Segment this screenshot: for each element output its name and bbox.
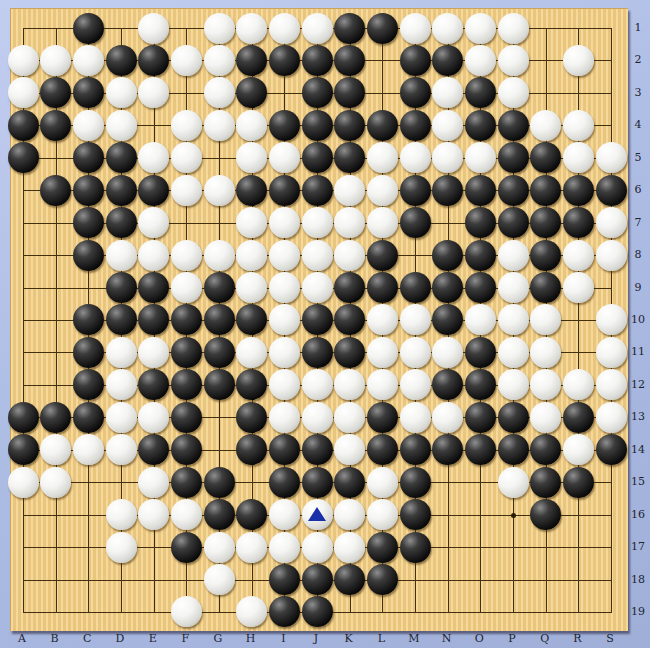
black-stone	[236, 304, 267, 335]
go-board[interactable]	[10, 8, 628, 631]
black-stone	[236, 499, 267, 530]
col-label-P: P	[508, 633, 515, 644]
black-stone	[106, 207, 137, 238]
black-stone	[465, 402, 496, 433]
black-stone	[302, 110, 333, 141]
black-stone	[400, 532, 431, 563]
black-stone	[236, 45, 267, 76]
white-stone	[432, 337, 463, 368]
row-label-5: 5	[635, 151, 642, 162]
white-stone	[106, 369, 137, 400]
white-stone	[8, 77, 39, 108]
white-stone	[236, 207, 267, 238]
white-stone	[171, 499, 202, 530]
black-stone	[171, 402, 202, 433]
white-stone	[432, 77, 463, 108]
black-stone	[400, 45, 431, 76]
black-stone	[432, 369, 463, 400]
white-stone	[334, 240, 365, 271]
black-stone	[367, 402, 398, 433]
black-stone	[106, 272, 137, 303]
black-stone	[204, 272, 235, 303]
white-stone	[236, 272, 267, 303]
white-stone	[498, 467, 529, 498]
col-label-Q: Q	[540, 633, 549, 644]
white-stone	[40, 45, 71, 76]
black-stone	[563, 207, 594, 238]
white-stone	[334, 499, 365, 530]
white-stone	[563, 369, 594, 400]
black-stone	[596, 175, 627, 206]
black-stone	[367, 532, 398, 563]
white-stone	[269, 272, 300, 303]
white-stone	[498, 13, 529, 44]
black-stone	[40, 77, 71, 108]
col-label-J: J	[314, 633, 318, 644]
col-label-M: M	[408, 633, 419, 644]
white-stone	[302, 13, 333, 44]
col-label-C: C	[83, 633, 91, 644]
col-label-E: E	[149, 633, 157, 644]
black-stone	[334, 110, 365, 141]
black-stone	[465, 369, 496, 400]
black-stone	[8, 142, 39, 173]
white-stone	[236, 240, 267, 271]
black-stone	[269, 110, 300, 141]
black-stone	[171, 434, 202, 465]
col-label-I: I	[281, 633, 285, 644]
black-stone	[530, 467, 561, 498]
white-stone	[596, 337, 627, 368]
white-stone	[367, 499, 398, 530]
white-stone	[302, 240, 333, 271]
black-stone	[400, 272, 431, 303]
white-stone	[596, 369, 627, 400]
white-stone	[269, 532, 300, 563]
white-stone	[563, 434, 594, 465]
black-stone	[367, 272, 398, 303]
black-stone	[498, 142, 529, 173]
white-stone	[204, 175, 235, 206]
black-stone	[269, 434, 300, 465]
white-stone	[269, 369, 300, 400]
white-stone	[498, 369, 529, 400]
black-stone	[334, 304, 365, 335]
col-label-A: A	[18, 633, 26, 644]
white-stone	[269, 142, 300, 173]
black-stone	[498, 110, 529, 141]
black-stone	[400, 175, 431, 206]
white-stone	[334, 369, 365, 400]
black-stone	[302, 45, 333, 76]
black-stone	[530, 434, 561, 465]
black-stone	[73, 207, 104, 238]
black-stone	[530, 207, 561, 238]
white-stone	[432, 402, 463, 433]
black-stone	[465, 175, 496, 206]
white-stone	[465, 13, 496, 44]
white-stone	[334, 402, 365, 433]
black-stone	[400, 110, 431, 141]
white-stone	[40, 434, 71, 465]
black-stone	[302, 77, 333, 108]
white-stone	[432, 142, 463, 173]
black-stone	[465, 110, 496, 141]
white-stone	[138, 499, 169, 530]
white-stone	[302, 272, 333, 303]
black-stone	[596, 434, 627, 465]
black-stone	[302, 434, 333, 465]
black-stone	[498, 402, 529, 433]
white-stone	[432, 110, 463, 141]
white-stone	[106, 499, 137, 530]
white-stone	[8, 45, 39, 76]
white-stone	[204, 13, 235, 44]
black-stone	[400, 434, 431, 465]
white-stone	[236, 142, 267, 173]
white-stone	[138, 240, 169, 271]
black-stone	[40, 402, 71, 433]
black-stone	[204, 467, 235, 498]
white-stone	[563, 240, 594, 271]
white-stone	[530, 369, 561, 400]
black-stone	[106, 142, 137, 173]
black-stone	[334, 467, 365, 498]
row-label-18: 18	[631, 573, 645, 584]
white-stone	[367, 304, 398, 335]
white-stone	[465, 142, 496, 173]
black-stone	[269, 175, 300, 206]
white-stone	[269, 499, 300, 530]
row-label-16: 16	[631, 508, 645, 519]
white-stone	[498, 240, 529, 271]
white-stone	[171, 596, 202, 627]
white-stone	[40, 467, 71, 498]
black-stone	[530, 175, 561, 206]
black-stone	[106, 304, 137, 335]
white-stone	[498, 272, 529, 303]
black-stone	[367, 110, 398, 141]
black-stone	[498, 434, 529, 465]
white-stone	[138, 142, 169, 173]
black-stone	[204, 304, 235, 335]
black-stone	[530, 240, 561, 271]
white-stone	[204, 110, 235, 141]
white-stone	[138, 337, 169, 368]
white-stone	[204, 240, 235, 271]
white-stone	[138, 467, 169, 498]
black-stone	[334, 13, 365, 44]
col-label-H: H	[246, 633, 256, 644]
white-stone	[106, 240, 137, 271]
white-stone	[334, 207, 365, 238]
row-label-10: 10	[631, 313, 645, 324]
white-stone	[138, 207, 169, 238]
white-stone	[269, 402, 300, 433]
white-stone	[563, 142, 594, 173]
white-stone	[530, 304, 561, 335]
black-stone	[40, 175, 71, 206]
black-stone	[171, 467, 202, 498]
black-stone	[367, 13, 398, 44]
black-stone	[8, 434, 39, 465]
row-label-1: 1	[635, 22, 642, 33]
black-stone	[563, 175, 594, 206]
white-stone	[498, 77, 529, 108]
white-stone	[334, 434, 365, 465]
black-stone	[236, 369, 267, 400]
black-stone	[73, 369, 104, 400]
white-stone	[465, 45, 496, 76]
white-stone	[432, 13, 463, 44]
white-stone	[302, 207, 333, 238]
white-stone	[106, 77, 137, 108]
white-stone	[596, 304, 627, 335]
black-stone	[367, 564, 398, 595]
black-stone	[73, 77, 104, 108]
row-label-15: 15	[631, 476, 645, 487]
black-stone	[204, 369, 235, 400]
white-stone	[400, 13, 431, 44]
white-stone	[73, 110, 104, 141]
black-stone	[106, 45, 137, 76]
black-stone	[465, 207, 496, 238]
row-label-2: 2	[635, 54, 642, 65]
black-stone	[73, 240, 104, 271]
col-label-L: L	[378, 633, 385, 644]
black-stone	[73, 402, 104, 433]
black-stone	[204, 337, 235, 368]
white-stone	[236, 337, 267, 368]
white-stone	[530, 110, 561, 141]
black-stone	[530, 142, 561, 173]
black-stone	[334, 564, 365, 595]
black-stone	[8, 110, 39, 141]
white-stone	[367, 142, 398, 173]
black-stone	[334, 337, 365, 368]
white-stone	[400, 337, 431, 368]
black-stone	[367, 434, 398, 465]
row-label-9: 9	[635, 281, 642, 292]
black-stone	[563, 402, 594, 433]
white-stone	[498, 45, 529, 76]
black-stone	[530, 272, 561, 303]
black-stone	[302, 596, 333, 627]
black-stone	[400, 77, 431, 108]
black-stone	[432, 272, 463, 303]
black-stone	[563, 467, 594, 498]
black-stone	[138, 272, 169, 303]
black-stone	[432, 240, 463, 271]
white-stone	[171, 142, 202, 173]
white-stone	[596, 240, 627, 271]
black-stone	[334, 45, 365, 76]
black-stone	[432, 45, 463, 76]
black-stone	[465, 77, 496, 108]
white-stone	[302, 369, 333, 400]
white-stone	[269, 240, 300, 271]
white-stone	[498, 304, 529, 335]
black-stone	[367, 240, 398, 271]
col-label-D: D	[116, 633, 125, 644]
black-stone	[73, 337, 104, 368]
row-label-14: 14	[631, 443, 645, 454]
black-stone	[400, 499, 431, 530]
white-stone	[204, 532, 235, 563]
row-label-17: 17	[631, 541, 645, 552]
row-label-12: 12	[631, 378, 645, 389]
white-stone	[138, 77, 169, 108]
white-stone	[106, 337, 137, 368]
white-stone	[400, 304, 431, 335]
white-stone	[563, 272, 594, 303]
white-stone	[171, 45, 202, 76]
black-stone	[302, 142, 333, 173]
white-stone	[302, 532, 333, 563]
black-stone	[236, 77, 267, 108]
black-stone	[73, 175, 104, 206]
white-stone	[334, 175, 365, 206]
black-stone	[432, 175, 463, 206]
triangle-marker-last-move	[308, 507, 326, 521]
white-stone	[269, 337, 300, 368]
go-game-viewer: ABCDEFGHIJKLMNOPQRS123456789101112131415…	[0, 0, 650, 648]
white-stone	[236, 532, 267, 563]
white-stone	[171, 240, 202, 271]
black-stone	[171, 369, 202, 400]
row-label-3: 3	[635, 86, 642, 97]
white-stone	[171, 272, 202, 303]
col-label-N: N	[442, 633, 452, 644]
white-stone	[465, 304, 496, 335]
black-stone	[465, 240, 496, 271]
black-stone	[530, 499, 561, 530]
white-stone	[596, 207, 627, 238]
row-label-8: 8	[635, 249, 642, 260]
white-stone	[367, 467, 398, 498]
white-stone	[106, 110, 137, 141]
hoshi-dot	[511, 513, 516, 518]
black-stone	[432, 434, 463, 465]
white-stone	[106, 434, 137, 465]
black-stone	[498, 207, 529, 238]
black-stone	[302, 564, 333, 595]
black-stone	[302, 304, 333, 335]
white-stone	[236, 13, 267, 44]
white-stone	[138, 402, 169, 433]
black-stone	[236, 402, 267, 433]
black-stone	[269, 596, 300, 627]
black-stone	[73, 13, 104, 44]
black-stone	[138, 45, 169, 76]
row-label-6: 6	[635, 184, 642, 195]
black-stone	[171, 304, 202, 335]
black-stone	[138, 304, 169, 335]
black-stone	[334, 272, 365, 303]
white-stone	[236, 110, 267, 141]
black-stone	[138, 434, 169, 465]
black-stone	[171, 532, 202, 563]
col-label-B: B	[51, 633, 59, 644]
white-stone	[204, 45, 235, 76]
white-stone	[367, 207, 398, 238]
white-stone	[269, 13, 300, 44]
row-label-4: 4	[635, 119, 642, 130]
black-stone	[465, 272, 496, 303]
white-stone	[8, 467, 39, 498]
black-stone	[138, 175, 169, 206]
black-stone	[400, 207, 431, 238]
row-label-7: 7	[635, 216, 642, 227]
white-stone	[367, 337, 398, 368]
white-stone	[269, 207, 300, 238]
col-label-O: O	[475, 633, 484, 644]
black-stone	[465, 434, 496, 465]
white-stone	[400, 142, 431, 173]
black-stone	[236, 434, 267, 465]
black-stone	[432, 304, 463, 335]
black-stone	[269, 564, 300, 595]
white-stone	[400, 402, 431, 433]
black-stone	[236, 175, 267, 206]
black-stone	[302, 175, 333, 206]
black-stone	[269, 467, 300, 498]
white-stone	[530, 337, 561, 368]
white-stone	[73, 434, 104, 465]
col-label-G: G	[214, 633, 223, 644]
col-label-R: R	[573, 633, 581, 644]
black-stone	[73, 142, 104, 173]
black-stone	[302, 467, 333, 498]
white-stone	[367, 369, 398, 400]
black-stone	[334, 142, 365, 173]
row-label-11: 11	[631, 346, 645, 357]
white-stone	[302, 402, 333, 433]
white-stone	[367, 175, 398, 206]
black-stone	[8, 402, 39, 433]
white-stone	[269, 304, 300, 335]
black-stone	[400, 467, 431, 498]
white-stone	[596, 142, 627, 173]
white-stone	[138, 13, 169, 44]
black-stone	[465, 337, 496, 368]
black-stone	[106, 175, 137, 206]
white-stone	[334, 532, 365, 563]
white-stone	[171, 110, 202, 141]
white-stone	[596, 402, 627, 433]
black-stone	[171, 337, 202, 368]
white-stone	[171, 175, 202, 206]
black-stone	[204, 499, 235, 530]
black-stone	[73, 304, 104, 335]
white-stone	[236, 596, 267, 627]
white-stone	[106, 402, 137, 433]
black-stone	[334, 77, 365, 108]
white-stone	[400, 369, 431, 400]
black-stone	[40, 110, 71, 141]
white-stone	[73, 45, 104, 76]
row-label-19: 19	[631, 605, 645, 616]
col-label-S: S	[606, 633, 614, 644]
black-stone	[302, 337, 333, 368]
black-stone	[138, 369, 169, 400]
row-label-13: 13	[631, 411, 645, 422]
white-stone	[204, 77, 235, 108]
white-stone	[530, 402, 561, 433]
white-stone	[204, 564, 235, 595]
white-stone	[563, 110, 594, 141]
white-stone	[106, 532, 137, 563]
